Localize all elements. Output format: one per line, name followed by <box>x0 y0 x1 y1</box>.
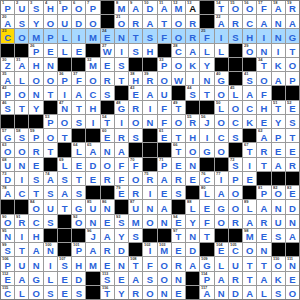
grid-cell[interactable]: E <box>72 158 85 171</box>
grid-cell[interactable]: E <box>286 143 299 156</box>
grid-cell[interactable]: F <box>143 257 156 270</box>
grid-cell[interactable]: 93S <box>115 215 128 228</box>
grid-cell[interactable]: H <box>86 101 99 114</box>
grid-cell[interactable]: 105C <box>229 243 242 256</box>
grid-cell[interactable]: T <box>29 186 42 199</box>
grid-cell[interactable]: R <box>186 29 199 42</box>
grid-cell[interactable]: O <box>44 15 57 28</box>
grid-cell[interactable]: P <box>44 29 57 42</box>
grid-cell[interactable]: 8M <box>115 1 128 14</box>
grid-cell[interactable]: 79E <box>115 186 128 199</box>
grid-cell[interactable]: D <box>72 272 85 285</box>
grid-cell[interactable]: S <box>229 29 242 42</box>
grid-cell[interactable]: A <box>215 186 228 199</box>
grid-cell[interactable]: 48G <box>115 101 128 114</box>
grid-cell[interactable]: 72S <box>229 158 242 171</box>
grid-cell[interactable]: N <box>44 58 57 71</box>
grid-cell[interactable]: 87U <box>129 200 142 213</box>
grid-cell[interactable]: F <box>158 101 171 114</box>
grid-cell[interactable]: U <box>44 200 57 213</box>
grid-cell[interactable]: A <box>115 143 128 156</box>
grid-cell[interactable]: 30Z <box>1 58 14 71</box>
grid-cell[interactable]: 54T <box>101 115 114 128</box>
grid-cell[interactable]: R <box>257 143 270 156</box>
grid-cell[interactable]: O <box>158 257 171 270</box>
grid-cell[interactable]: 40G <box>215 72 228 85</box>
grid-cell[interactable]: U <box>158 86 171 99</box>
grid-cell[interactable]: Y <box>115 286 128 299</box>
grid-cell[interactable]: E <box>243 172 256 185</box>
grid-cell[interactable]: K <box>272 272 285 285</box>
grid-cell[interactable]: 62A <box>257 129 270 142</box>
grid-cell[interactable]: I <box>44 257 57 270</box>
grid-cell[interactable]: 18A <box>272 1 285 14</box>
grid-cell[interactable]: S <box>129 229 142 242</box>
grid-cell[interactable]: R <box>129 101 142 114</box>
grid-cell[interactable]: 106P <box>1 257 14 270</box>
grid-cell[interactable]: N <box>200 72 213 85</box>
grid-cell[interactable]: 33P <box>158 58 171 71</box>
selected-cell[interactable]: 23C <box>1 29 14 42</box>
grid-cell[interactable]: F <box>257 86 270 99</box>
grid-cell[interactable]: S <box>44 186 57 199</box>
grid-cell[interactable]: N <box>186 229 199 242</box>
grid-cell[interactable]: A <box>286 229 299 242</box>
grid-cell[interactable]: E <box>172 286 185 299</box>
grid-cell[interactable]: 2U <box>15 1 28 14</box>
grid-cell[interactable]: N <box>143 115 156 128</box>
grid-cell[interactable]: 24E <box>101 29 114 42</box>
grid-cell[interactable]: N <box>29 257 42 270</box>
grid-cell[interactable]: 101P <box>72 243 85 256</box>
grid-cell[interactable]: F <box>158 29 171 42</box>
grid-cell[interactable]: O <box>215 215 228 228</box>
grid-cell[interactable]: 12M <box>172 1 185 14</box>
grid-cell[interactable]: A <box>243 215 256 228</box>
grid-cell[interactable]: D <box>286 200 299 213</box>
grid-cell[interactable]: D <box>86 158 99 171</box>
grid-cell[interactable]: I <box>15 229 28 242</box>
grid-cell[interactable]: E <box>58 272 71 285</box>
grid-cell[interactable]: O <box>86 72 99 85</box>
grid-cell[interactable]: U <box>15 257 28 270</box>
grid-cell[interactable]: E <box>115 272 128 285</box>
grid-cell[interactable]: F <box>115 172 128 185</box>
grid-cell[interactable]: 1P <box>1 1 14 14</box>
grid-cell[interactable]: 88L <box>186 200 199 213</box>
grid-cell[interactable]: S <box>115 58 128 71</box>
grid-cell[interactable]: S <box>58 172 71 185</box>
grid-cell[interactable]: S <box>143 272 156 285</box>
grid-cell[interactable]: I <box>115 44 128 57</box>
grid-cell[interactable]: 90O <box>1 215 14 228</box>
grid-cell[interactable]: O <box>172 115 185 128</box>
grid-cell[interactable]: O <box>15 86 28 99</box>
grid-cell[interactable]: 57G <box>1 129 14 142</box>
grid-cell[interactable]: R <box>186 15 199 28</box>
grid-cell[interactable]: K <box>272 58 285 71</box>
grid-cell[interactable]: 45L <box>229 86 242 99</box>
grid-cell[interactable]: 58S <box>15 129 28 142</box>
grid-cell[interactable]: F <box>200 215 213 228</box>
grid-cell[interactable]: O <box>44 72 57 85</box>
grid-cell[interactable]: 108T <box>129 257 142 270</box>
grid-cell[interactable]: 117A <box>200 286 213 299</box>
grid-cell[interactable]: 32M <box>86 58 99 71</box>
grid-cell[interactable]: N <box>143 200 156 213</box>
grid-cell[interactable]: 36P <box>58 72 71 85</box>
grid-cell[interactable]: 116T <box>101 286 114 299</box>
grid-cell[interactable]: N <box>257 44 270 57</box>
grid-cell[interactable]: G <box>29 272 42 285</box>
grid-cell[interactable]: O <box>143 215 156 228</box>
grid-cell[interactable]: I <box>115 115 128 128</box>
grid-cell[interactable]: O <box>243 243 256 256</box>
grid-cell[interactable]: D <box>229 286 242 299</box>
grid-cell[interactable]: 35A <box>1 72 14 85</box>
grid-cell[interactable]: Y <box>272 115 285 128</box>
grid-cell[interactable]: I <box>58 86 71 99</box>
grid-cell[interactable]: A <box>29 243 42 256</box>
grid-cell[interactable]: L <box>215 44 228 57</box>
grid-cell[interactable]: 49T <box>172 101 185 114</box>
grid-cell[interactable]: S <box>29 172 42 185</box>
grid-cell[interactable]: 4H <box>44 1 57 14</box>
grid-cell[interactable]: T <box>286 44 299 57</box>
grid-cell[interactable]: 26P <box>29 44 42 57</box>
grid-cell[interactable]: 82O <box>272 186 285 199</box>
grid-cell[interactable]: 63O <box>1 143 14 156</box>
grid-cell[interactable]: 55R <box>186 115 199 128</box>
grid-cell[interactable]: S <box>101 86 114 99</box>
grid-cell[interactable]: O <box>286 286 299 299</box>
grid-cell[interactable]: M <box>29 29 42 42</box>
grid-cell[interactable]: L <box>15 72 28 85</box>
grid-cell[interactable]: N <box>272 15 285 28</box>
grid-cell[interactable]: 47N <box>58 101 71 114</box>
grid-cell[interactable]: 99S <box>1 243 14 256</box>
grid-cell[interactable]: 31A <box>15 58 28 71</box>
grid-cell[interactable]: T <box>158 15 171 28</box>
grid-cell[interactable]: 76C <box>200 172 213 185</box>
grid-cell[interactable]: H <box>186 129 199 142</box>
grid-cell[interactable]: E <box>272 143 285 156</box>
grid-cell[interactable]: 77I <box>215 172 228 185</box>
grid-cell[interactable]: 34T <box>257 58 270 71</box>
grid-cell[interactable]: G <box>286 29 299 42</box>
grid-cell[interactable]: S <box>143 29 156 42</box>
grid-cell[interactable]: 37F <box>72 72 85 85</box>
grid-cell[interactable]: P <box>286 72 299 85</box>
grid-cell[interactable]: 70F <box>129 158 142 171</box>
grid-cell[interactable]: R <box>172 172 185 185</box>
grid-cell[interactable]: R <box>101 72 114 85</box>
grid-cell[interactable]: 41S <box>243 72 256 85</box>
grid-cell[interactable]: 115C <box>1 286 14 299</box>
grid-cell[interactable]: 15O <box>229 1 242 14</box>
grid-cell[interactable]: T <box>15 243 28 256</box>
grid-cell[interactable]: 81P <box>257 186 270 199</box>
grid-cell[interactable]: A <box>186 257 199 270</box>
grid-cell[interactable]: A <box>257 15 270 28</box>
grid-cell[interactable]: A <box>286 15 299 28</box>
grid-cell[interactable]: 56J <box>200 115 213 128</box>
grid-cell[interactable]: N <box>257 243 270 256</box>
grid-cell[interactable]: E <box>44 44 57 57</box>
grid-cell[interactable]: O <box>257 72 270 85</box>
grid-cell[interactable]: I <box>243 158 256 171</box>
grid-cell[interactable]: 19R <box>286 1 299 14</box>
grid-cell[interactable]: 96J <box>86 229 99 242</box>
grid-cell[interactable]: O <box>229 101 242 114</box>
grid-cell[interactable]: 38H <box>129 72 142 85</box>
grid-cell[interactable]: E <box>172 243 185 256</box>
grid-cell[interactable]: O <box>186 143 199 156</box>
grid-cell[interactable]: N <box>215 286 228 299</box>
grid-cell[interactable]: C <box>86 86 99 99</box>
grid-cell[interactable]: E <box>257 115 270 128</box>
grid-cell[interactable]: N <box>115 29 128 42</box>
grid-cell[interactable]: 10D <box>143 1 156 14</box>
grid-cell[interactable]: N <box>158 286 171 299</box>
grid-cell[interactable]: O <box>172 15 185 28</box>
grid-cell[interactable]: 112E <box>1 272 14 285</box>
grid-cell[interactable]: F <box>115 158 128 171</box>
grid-cell[interactable]: P <box>272 129 285 142</box>
grid-cell[interactable]: 95N <box>1 229 14 242</box>
grid-cell[interactable]: U <box>272 215 285 228</box>
grid-cell[interactable]: 14T <box>215 1 228 14</box>
grid-cell[interactable]: S <box>286 115 299 128</box>
grid-cell[interactable]: I <box>86 115 99 128</box>
grid-cell[interactable]: 71P <box>158 158 171 171</box>
grid-cell[interactable]: N <box>101 143 114 156</box>
grid-cell[interactable]: O <box>229 200 242 213</box>
grid-cell[interactable]: R <box>286 158 299 171</box>
grid-cell[interactable]: T <box>58 129 71 142</box>
grid-cell[interactable]: H <box>257 101 270 114</box>
grid-cell[interactable]: 84O <box>29 200 42 213</box>
grid-cell[interactable]: 102I <box>143 243 156 256</box>
grid-cell[interactable]: O <box>44 129 57 142</box>
grid-cell[interactable]: Y <box>29 101 42 114</box>
grid-cell[interactable]: 29O <box>243 44 256 57</box>
grid-cell[interactable]: T <box>44 143 57 156</box>
grid-cell[interactable]: S <box>272 286 285 299</box>
grid-cell[interactable]: D <box>72 15 85 28</box>
grid-cell[interactable]: H <box>29 229 42 242</box>
grid-cell[interactable]: O <box>215 86 228 99</box>
grid-cell[interactable]: 22A <box>215 15 228 28</box>
grid-cell[interactable]: 97T <box>172 229 185 242</box>
grid-cell[interactable]: S <box>72 186 85 199</box>
grid-cell[interactable]: 27W <box>101 44 114 57</box>
grid-cell[interactable]: L <box>58 29 71 42</box>
grid-cell[interactable]: T <box>115 72 128 85</box>
grid-cell[interactable]: S <box>72 115 85 128</box>
grid-cell[interactable]: 42P <box>1 86 14 99</box>
grid-cell[interactable]: O <box>101 158 114 171</box>
grid-cell[interactable]: O <box>215 115 228 128</box>
grid-cell[interactable]: E <box>86 172 99 185</box>
grid-cell[interactable]: S <box>129 129 142 142</box>
grid-cell[interactable]: O <box>129 115 142 128</box>
grid-cell[interactable]: C <box>29 215 42 228</box>
grid-cell[interactable]: M <box>86 29 99 42</box>
grid-cell[interactable]: A <box>215 272 228 285</box>
grid-cell[interactable]: N <box>158 215 171 228</box>
grid-cell[interactable]: T <box>72 101 85 114</box>
grid-cell[interactable]: L <box>257 286 270 299</box>
grid-cell[interactable]: 51T <box>272 101 285 114</box>
grid-cell[interactable]: T <box>72 172 85 185</box>
grid-cell[interactable]: 103M <box>158 243 171 256</box>
grid-cell[interactable]: A <box>15 272 28 285</box>
grid-cell[interactable]: O <box>158 272 171 285</box>
grid-cell[interactable]: 25F <box>200 29 213 42</box>
grid-cell[interactable]: 9A <box>129 1 142 14</box>
grid-cell[interactable]: N <box>186 158 199 171</box>
grid-cell[interactable]: L <box>58 44 71 57</box>
grid-cell[interactable]: C <box>243 101 256 114</box>
grid-cell[interactable]: 111N <box>286 257 299 270</box>
grid-cell[interactable]: G <box>72 200 85 213</box>
grid-cell[interactable]: 75R <box>143 172 156 185</box>
grid-cell[interactable]: O <box>129 172 142 185</box>
grid-cell[interactable]: P <box>229 172 242 185</box>
grid-cell[interactable]: 50L <box>215 101 228 114</box>
grid-cell[interactable]: S <box>44 286 57 299</box>
grid-cell[interactable]: A <box>143 86 156 99</box>
grid-cell[interactable]: G <box>215 200 228 213</box>
grid-cell[interactable]: 5P <box>58 1 71 14</box>
grid-cell[interactable]: I <box>272 44 285 57</box>
grid-cell[interactable]: A <box>272 158 285 171</box>
grid-cell[interactable]: S <box>15 15 28 28</box>
grid-cell[interactable]: T <box>257 257 270 270</box>
grid-cell[interactable]: S <box>129 44 142 57</box>
grid-cell[interactable]: H <box>143 44 156 57</box>
grid-cell[interactable]: 43E <box>129 86 142 99</box>
grid-cell[interactable]: 59P <box>29 129 42 142</box>
grid-cell[interactable]: N <box>15 158 28 171</box>
grid-cell[interactable]: C <box>229 115 242 128</box>
grid-cell[interactable]: I <box>215 29 228 42</box>
grid-cell[interactable]: T <box>200 86 213 99</box>
grid-cell[interactable]: 20A <box>1 15 14 28</box>
grid-cell[interactable]: N <box>172 272 185 285</box>
grid-cell[interactable]: 60E <box>101 129 114 142</box>
grid-cell[interactable]: L <box>215 257 228 270</box>
grid-cell[interactable]: Y <box>115 229 128 242</box>
grid-cell[interactable]: 91R <box>15 215 28 228</box>
grid-cell[interactable]: S <box>72 286 85 299</box>
grid-cell[interactable]: 39R <box>143 72 156 85</box>
grid-cell[interactable]: E <box>286 272 299 285</box>
grid-cell[interactable]: 3S <box>29 1 42 14</box>
grid-cell[interactable]: 74A <box>44 172 57 185</box>
grid-cell[interactable]: 11A <box>158 1 171 14</box>
grid-cell[interactable]: 107S <box>58 257 71 270</box>
grid-cell[interactable]: E <box>186 172 199 185</box>
grid-cell[interactable]: 53P <box>44 115 57 128</box>
grid-cell[interactable]: T <box>44 86 57 99</box>
grid-cell[interactable]: 80L <box>200 186 213 199</box>
grid-cell[interactable]: O <box>29 286 42 299</box>
grid-cell[interactable]: A <box>86 243 99 256</box>
grid-cell[interactable]: M <box>86 257 99 270</box>
grid-cell[interactable]: A <box>129 272 142 285</box>
grid-cell[interactable]: T <box>243 257 256 270</box>
grid-cell[interactable]: N <box>286 215 299 228</box>
grid-cell[interactable]: S <box>172 186 185 199</box>
grid-cell[interactable]: S <box>229 129 242 142</box>
grid-cell[interactable]: E <box>158 186 171 199</box>
grid-cell[interactable]: K <box>186 58 199 71</box>
grid-cell[interactable]: 100N <box>44 243 57 256</box>
grid-cell[interactable]: R <box>229 272 242 285</box>
grid-cell[interactable]: I <box>72 29 85 42</box>
grid-cell[interactable]: G <box>200 143 213 156</box>
grid-cell[interactable]: 94E <box>172 215 185 228</box>
grid-cell[interactable]: M <box>129 215 142 228</box>
grid-cell[interactable]: R <box>229 15 242 28</box>
grid-cell[interactable]: 17F <box>257 1 270 14</box>
grid-cell[interactable]: C <box>215 129 228 142</box>
grid-cell[interactable]: E <box>101 58 114 71</box>
grid-cell[interactable]: R <box>101 243 114 256</box>
grid-cell[interactable]: 104E <box>215 243 228 256</box>
grid-cell[interactable]: E <box>200 200 213 213</box>
grid-cell[interactable]: I <box>200 129 213 142</box>
grid-cell[interactable]: O <box>86 15 99 28</box>
grid-cell[interactable]: I <box>257 29 270 42</box>
grid-cell[interactable]: E <box>257 229 270 242</box>
grid-cell[interactable]: O <box>58 115 71 128</box>
grid-cell[interactable]: R <box>29 143 42 156</box>
grid-cell[interactable]: 44S <box>186 86 199 99</box>
grid-cell[interactable]: A <box>72 86 85 99</box>
grid-cell[interactable]: 110O <box>272 257 285 270</box>
grid-cell[interactable]: 69L <box>58 158 71 171</box>
grid-cell[interactable]: W <box>172 72 185 85</box>
grid-cell[interactable]: I <box>15 172 28 185</box>
grid-cell[interactable]: 61E <box>158 129 171 142</box>
grid-cell[interactable]: 89L <box>243 200 256 213</box>
grid-cell[interactable]: R <box>172 257 185 270</box>
grid-cell[interactable]: 114P <box>200 272 213 285</box>
grid-cell[interactable]: 83E <box>286 186 299 199</box>
grid-cell[interactable]: I <box>186 72 199 85</box>
grid-cell[interactable]: K <box>243 115 256 128</box>
grid-cell[interactable]: S <box>44 215 57 228</box>
grid-cell[interactable]: R <box>229 215 242 228</box>
grid-cell[interactable]: H <box>243 29 256 42</box>
grid-cell[interactable]: U <box>229 257 242 270</box>
grid-cell[interactable]: 6O <box>72 1 85 14</box>
grid-cell[interactable]: E <box>101 257 114 270</box>
grid-cell[interactable]: A <box>186 44 199 57</box>
grid-cell[interactable]: T <box>58 200 71 213</box>
grid-cell[interactable]: R <box>129 286 142 299</box>
grid-cell[interactable]: U <box>58 15 71 28</box>
grid-cell[interactable]: 78A <box>1 186 14 199</box>
grid-cell[interactable]: 113S <box>101 272 114 285</box>
grid-cell[interactable]: R <box>129 186 142 199</box>
grid-cell[interactable]: C <box>15 186 28 199</box>
grid-cell[interactable]: N <box>115 257 128 270</box>
grid-cell[interactable]: N <box>272 29 285 42</box>
